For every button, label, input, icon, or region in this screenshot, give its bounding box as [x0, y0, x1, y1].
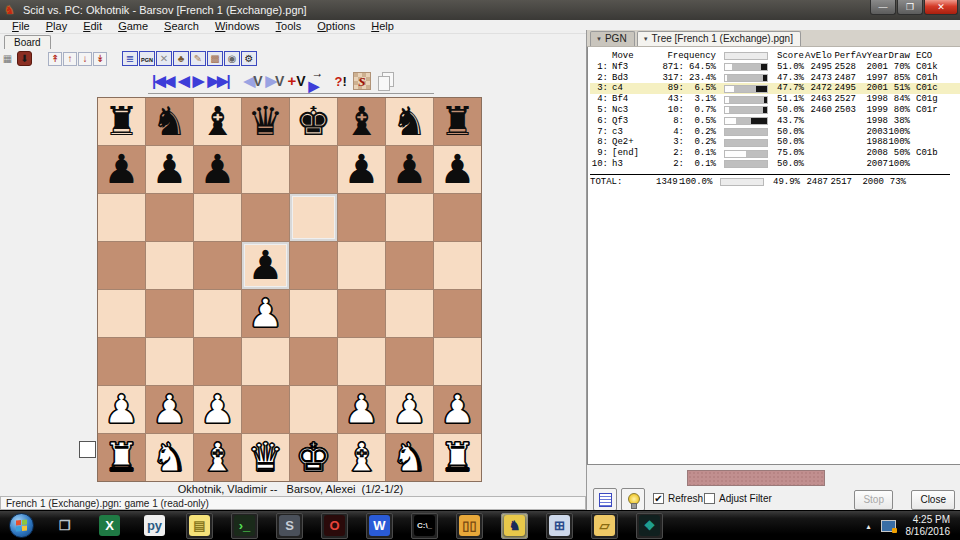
square-e8[interactable]: ♚ [290, 98, 337, 145]
square-a1[interactable]: ♜ [98, 434, 145, 481]
taskbar-excel-icon: X [99, 515, 120, 536]
move-nav-toolbar: |◀◀ ◀ ▶ ▶▶| ◀V ▶V +V → ▶ ?! S [148, 68, 434, 94]
taskbar-console-icon: ›_ [234, 515, 255, 536]
menu-windows[interactable]: Windows [207, 20, 268, 33]
taskbar-cmd[interactable]: C:\_ [411, 513, 438, 539]
crosstable-icon[interactable]: ✕ [156, 51, 172, 66]
taskbar-file-manager-icon: ▱ [594, 515, 615, 536]
title-bar: ♞ Scid vs. PC: Okhotnik - Barsov [French… [0, 0, 960, 20]
enter-variation-button[interactable]: ▶V [266, 70, 285, 92]
notebook-icon [599, 493, 612, 507]
square-g1[interactable]: ♞ [386, 434, 433, 481]
adjust-filter-label: Adjust Filter [719, 493, 772, 504]
board-pane: Board ▦⬇↟↑↓↡≣PGN✕♣✎▩◉⚙ |◀◀ ◀ ▶ ▶▶| ◀V ▶V… [0, 34, 586, 496]
square-d7[interactable] [242, 146, 289, 193]
black-pawn: ♟ [392, 146, 428, 193]
square-h5[interactable] [434, 242, 481, 289]
system-tray: ▴ 4:25 PM 8/16/2016 [866, 511, 956, 540]
clock-time: 4:25 PM [906, 514, 951, 526]
score-bar [724, 106, 768, 114]
annotate-button[interactable]: ?! [335, 72, 347, 90]
pgn-window-icon[interactable]: PGN [139, 51, 155, 66]
square-c5[interactable] [194, 242, 241, 289]
square-b7[interactable]: ♟ [146, 146, 193, 193]
square-b3[interactable] [146, 338, 193, 385]
menu-options[interactable]: Options [309, 20, 363, 33]
square-f5[interactable] [338, 242, 385, 289]
board-setup-icon[interactable]: ▦ [0, 51, 15, 66]
square-f3[interactable] [338, 338, 385, 385]
score-bar [724, 139, 768, 147]
minimize-button[interactable]: — [870, 0, 896, 15]
square-h1[interactable]: ♜ [434, 434, 481, 481]
black-pawn: ♟ [440, 146, 476, 193]
tree-row-bd3[interactable]: 2:Bd3317:23.4%47.3%24732487199785%C01h [590, 73, 960, 84]
tree-row-nc3[interactable]: 5:Nc310:0.7%50.0%24602503199980%C01r [590, 105, 960, 116]
square-g7[interactable]: ♟ [386, 146, 433, 193]
square-f8[interactable]: ♝ [338, 98, 385, 145]
taskbar-scid-vs-pc[interactable]: ♞ [501, 513, 528, 539]
tab-pgn[interactable]: ▼PGN [590, 31, 635, 46]
refresh-checkbox[interactable]: ✔ [653, 493, 664, 504]
forward-move-button[interactable]: ▶ [193, 70, 203, 92]
square-a2[interactable]: ♟ [98, 386, 145, 433]
square-g5[interactable] [386, 242, 433, 289]
score-bar [724, 128, 768, 136]
square-c8[interactable]: ♝ [194, 98, 241, 145]
taskbar-file-manager[interactable]: ▱ [591, 513, 618, 539]
square-f1[interactable]: ♝ [338, 434, 385, 481]
back-move-button[interactable]: ◀ [178, 70, 188, 92]
taskbar-cmd-icon: C:\_ [414, 515, 435, 536]
square-a3[interactable] [98, 338, 145, 385]
white-pawn: ♟ [200, 386, 236, 433]
tab-dropdown-icon: ▼ [596, 36, 602, 42]
black-bishop: ♝ [344, 98, 380, 145]
square-b1[interactable]: ♞ [146, 434, 193, 481]
taskbar-console[interactable]: ›_ [231, 513, 258, 539]
square-b4[interactable] [146, 290, 193, 337]
square-h3[interactable] [434, 338, 481, 385]
white-pawn: ♟ [104, 386, 140, 433]
white-rook: ♜ [104, 434, 140, 481]
tree-window-icon[interactable]: ♣ [173, 51, 189, 66]
square-a6[interactable] [98, 194, 145, 241]
black-knight: ♞ [152, 98, 188, 145]
score-bar-total [720, 178, 764, 186]
trial-mode-button[interactable]: S [353, 72, 371, 90]
white-pawn: ♟ [440, 386, 476, 433]
exit-variation-button[interactable]: ◀V [244, 70, 263, 92]
square-a8[interactable]: ♜ [98, 98, 145, 145]
score-bar [724, 117, 768, 125]
taskbar-cards-app-icon: ▯▯ [459, 515, 480, 536]
taskbar-cards-app[interactable]: ▯▯ [456, 513, 483, 539]
adjust-filter-checkbox[interactable] [704, 493, 715, 504]
search-material-icon[interactable]: ◉ [224, 51, 240, 66]
square-e3[interactable] [290, 338, 337, 385]
lightbulb-icon [627, 493, 639, 507]
square-c1[interactable]: ♝ [194, 434, 241, 481]
score-bar [724, 160, 768, 168]
black-queen: ♛ [248, 98, 284, 145]
taskbar-scid-vs-pc-icon: ♞ [504, 515, 525, 536]
black-pawn: ♟ [248, 242, 284, 289]
app-knight-icon: ♞ [4, 3, 18, 17]
taskbar-teal-app-icon: ❖ [639, 515, 660, 536]
training-button[interactable] [621, 488, 645, 511]
open-database-icon[interactable]: ⬇ [17, 51, 32, 66]
square-a4[interactable] [98, 290, 145, 337]
white-pawn: ♟ [344, 386, 380, 433]
tree-header: MoveFrequencyScoreAvEloPerfAvYearDrawECO [590, 51, 960, 62]
square-h4[interactable] [434, 290, 481, 337]
tree-table: MoveFrequencyScoreAvEloPerfAvYearDrawECO… [587, 47, 960, 465]
adjust-filter-option[interactable]: Adjust Filter [704, 493, 772, 504]
square-d4[interactable]: ♟ [242, 290, 289, 337]
white-knight: ♞ [392, 434, 428, 481]
window-title: Scid vs. PC: Okhotnik - Barsov [French 1… [23, 4, 307, 16]
board-tab-row: Board [0, 34, 586, 49]
scid-vs-pc-window: ♞ Scid vs. PC: Okhotnik - Barsov [French… [0, 0, 960, 540]
tree-row-c4[interactable]: 3:c489:6.5%47.7%24722495200151%C01c [590, 83, 960, 94]
square-b5[interactable] [146, 242, 193, 289]
players-caption: Okhotnik, Vladimir -- Barsov, Alexei (1/… [97, 483, 484, 497]
square-h2[interactable]: ♟ [434, 386, 481, 433]
tree-row-qf3[interactable]: 6:Qf38:0.5%43.7%199838% [590, 116, 960, 127]
square-a5[interactable] [98, 242, 145, 289]
taskbar-sticky-notes[interactable]: ▤ [186, 513, 213, 539]
square-b8[interactable]: ♞ [146, 98, 193, 145]
add-variation-button[interactable]: +V [287, 70, 305, 92]
engine-icon[interactable]: ⚙ [241, 51, 257, 66]
square-f2[interactable]: ♟ [338, 386, 385, 433]
square-d5[interactable]: ♟ [242, 242, 289, 289]
white-rook: ♜ [440, 434, 476, 481]
close-tree-button[interactable]: Close [911, 490, 955, 510]
goto-end-button[interactable]: ▶▶| [207, 70, 228, 92]
tree-row-bf4[interactable]: 4:Bf443:3.1%51.1%24632527199884%C01g [590, 94, 960, 105]
menu-help[interactable]: Help [363, 20, 402, 33]
square-b2[interactable]: ♟ [146, 386, 193, 433]
menu-search[interactable]: Search [156, 20, 207, 33]
maximize-button[interactable]: ❐ [897, 0, 923, 15]
score-bar [724, 74, 768, 82]
square-e1[interactable]: ♚ [290, 434, 337, 481]
first-game-icon[interactable]: ↟ [48, 52, 62, 66]
taskbar-python-editor-icon: py [144, 515, 165, 536]
main-toolbar: ▦⬇↟↑↓↡≣PGN✕♣✎▩◉⚙ [0, 50, 586, 67]
square-d6[interactable] [242, 194, 289, 241]
tab-tree[interactable]: ▼Tree [French 1 (Exchange).pgn] [637, 31, 801, 46]
taskbar-teal-app[interactable]: ❖ [636, 513, 663, 539]
square-c3[interactable] [194, 338, 241, 385]
square-g3[interactable] [386, 338, 433, 385]
square-e5[interactable] [290, 242, 337, 289]
tree-row-end[interactable]: 9:[end]2:0.1%75.0%200850%C01b [590, 148, 960, 159]
taskbar-opera-icon: O [324, 515, 345, 536]
taskbar-word[interactable]: W [366, 513, 393, 539]
menu-file[interactable]: File [4, 20, 38, 33]
square-c7[interactable]: ♟ [194, 146, 241, 193]
square-c6[interactable] [194, 194, 241, 241]
white-king: ♚ [296, 434, 332, 481]
square-h7[interactable]: ♟ [434, 146, 481, 193]
square-d1[interactable]: ♛ [242, 434, 289, 481]
menu-play[interactable]: Play [38, 20, 75, 33]
tree-row-c3[interactable]: 7:c34:0.2%50.0%2003100% [590, 127, 960, 138]
tree-row-nf3[interactable]: 1:Nf3871:64.5%51.0%24952528200170%C01k [590, 62, 960, 73]
last-game-icon[interactable]: ↡ [93, 52, 107, 66]
black-rook: ♜ [440, 98, 476, 145]
tree-row-qe2[interactable]: 8:Qe2+3:0.2%50.0%1988100% [590, 137, 960, 148]
score-bar [724, 85, 768, 93]
chess-board: ♜♞♝♛♚♝♞♜♟♟♟♟♟♟♟♟♟♟♟♟♟♟♜♞♝♛♚♝♞♜ [97, 97, 482, 482]
start-button[interactable] [9, 513, 34, 538]
square-g4[interactable] [386, 290, 433, 337]
white-bishop: ♝ [200, 434, 236, 481]
white-pawn: ♟ [392, 386, 428, 433]
square-h8[interactable]: ♜ [434, 98, 481, 145]
tray-display-icon[interactable] [881, 520, 896, 532]
taskbar-calculator-icon: ⊞ [549, 515, 570, 536]
black-pawn: ♟ [200, 146, 236, 193]
square-e2[interactable] [290, 386, 337, 433]
black-pawn: ♟ [344, 146, 380, 193]
taskbar-python-editor[interactable]: py [141, 513, 168, 539]
drawing-hand-icon[interactable]: ✎ [190, 51, 206, 66]
tree-row-h3[interactable]: 10:h32:0.1%50.0%2007100% [590, 159, 960, 170]
taskbar-excel[interactable]: X [96, 513, 123, 539]
square-d2[interactable] [242, 386, 289, 433]
square-e4[interactable] [290, 290, 337, 337]
copy-icon[interactable] [377, 72, 393, 90]
square-e6[interactable] [290, 194, 337, 241]
black-pawn: ♟ [152, 146, 188, 193]
clock-date: 8/16/2016 [906, 526, 951, 538]
white-bishop: ♝ [344, 434, 380, 481]
white-knight: ♞ [152, 434, 188, 481]
taskbar-s-app[interactable]: S [276, 513, 303, 539]
taskbar-calculator[interactable]: ⊞ [546, 513, 573, 539]
black-bishop: ♝ [200, 98, 236, 145]
score-bar [724, 150, 768, 158]
black-king: ♚ [296, 98, 332, 145]
refresh-label: Refresh [668, 493, 703, 504]
taskbar-opera[interactable]: O [321, 513, 348, 539]
square-a7[interactable]: ♟ [98, 146, 145, 193]
prev-game-icon[interactable]: ↑ [63, 52, 77, 66]
black-knight: ♞ [392, 98, 428, 145]
menu-edit[interactable]: Edit [75, 20, 110, 33]
comment-editor-icon[interactable]: ≣ [122, 51, 138, 66]
menu-tools[interactable]: Tools [268, 20, 310, 33]
tree-progress-bar [687, 470, 825, 486]
menu-game[interactable]: Game [110, 20, 156, 33]
taskbar-3d-viewer-icon: ❒ [54, 515, 75, 536]
white-queen: ♛ [248, 434, 284, 481]
tab-board[interactable]: Board [4, 35, 51, 49]
autoplay-button[interactable]: → ▶ [309, 70, 329, 92]
windows-logo-icon [16, 519, 27, 531]
taskbar-sticky-notes-icon: ▤ [189, 515, 210, 536]
black-rook: ♜ [104, 98, 140, 145]
taskbar-s-app-icon: S [279, 515, 300, 536]
tab-dropdown-icon: ▼ [643, 36, 649, 42]
stop-button[interactable]: Stop [854, 490, 893, 510]
next-game-icon[interactable]: ↓ [78, 52, 92, 66]
square-g2[interactable]: ♟ [386, 386, 433, 433]
square-e7[interactable] [290, 146, 337, 193]
square-h6[interactable] [434, 194, 481, 241]
tree-total-row: TOTAL:1349:100.0%49.9%24872517200073% [590, 177, 960, 188]
search-board-icon[interactable]: ▩ [207, 51, 223, 66]
square-b6[interactable] [146, 194, 193, 241]
square-c2[interactable]: ♟ [194, 386, 241, 433]
square-f6[interactable] [338, 194, 385, 241]
score-bar [724, 63, 768, 71]
black-pawn: ♟ [104, 146, 140, 193]
square-d8[interactable]: ♛ [242, 98, 289, 145]
close-button[interactable]: ✕ [924, 0, 958, 15]
total-separator [590, 174, 950, 175]
status-bar: French 1 (Exchange).pgn: game 1 (read-on… [0, 496, 586, 510]
refresh-option[interactable]: ✔ Refresh [653, 493, 703, 504]
square-g8[interactable]: ♞ [386, 98, 433, 145]
square-c4[interactable] [194, 290, 241, 337]
material-indicator[interactable] [79, 441, 96, 458]
goto-start-button[interactable]: |◀◀ [152, 70, 173, 92]
square-d3[interactable] [242, 338, 289, 385]
taskbar-3d-viewer[interactable]: ❒ [51, 513, 78, 539]
white-pawn: ♟ [152, 386, 188, 433]
white-pawn: ♟ [248, 290, 284, 337]
score-bar [724, 96, 768, 104]
tree-tab-bar: ▼PGN▼Tree [French 1 (Exchange).pgn] [587, 30, 960, 47]
notebook-button[interactable] [593, 488, 617, 511]
tree-pane: ▼PGN▼Tree [French 1 (Exchange).pgn] Move… [586, 30, 960, 510]
score-bar-header [724, 52, 768, 60]
square-f7[interactable]: ♟ [338, 146, 385, 193]
tray-expand-icon[interactable]: ▴ [866, 522, 870, 531]
square-f4[interactable] [338, 290, 385, 337]
square-g6[interactable] [386, 194, 433, 241]
clock[interactable]: 4:25 PM 8/16/2016 [906, 514, 951, 538]
taskbar-word-icon: W [369, 515, 390, 536]
taskbar: ❒Xpy▤›_SOWC:\_▯▯♞⊞▱❖ ▴ 4:25 PM 8/16/2016 [0, 510, 960, 540]
